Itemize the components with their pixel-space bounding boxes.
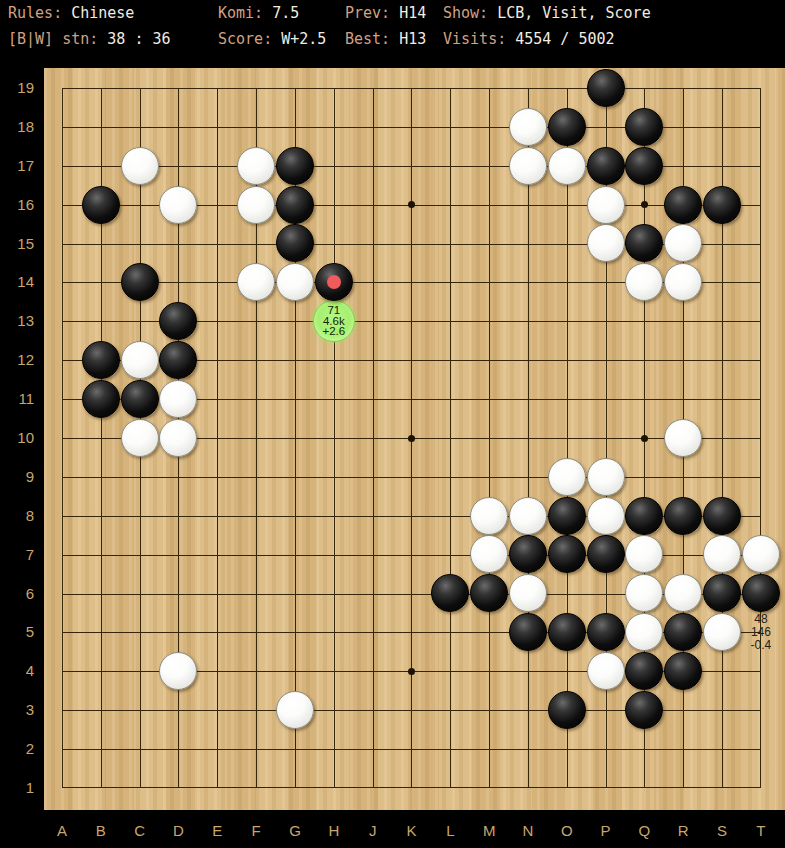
black-stone[interactable] <box>509 535 547 573</box>
white-stone[interactable] <box>237 147 275 185</box>
white-stone[interactable] <box>121 341 159 379</box>
column-label: P <box>601 822 611 839</box>
black-stone[interactable] <box>587 535 625 573</box>
row-label: 15 <box>0 235 34 252</box>
white-stone[interactable] <box>703 613 741 651</box>
white-stone[interactable] <box>509 497 547 535</box>
row-label: 18 <box>0 118 34 135</box>
black-stone[interactable] <box>548 535 586 573</box>
best-move-suggestion[interactable]: 714.6k+2.6 <box>313 300 355 342</box>
black-stone[interactable] <box>664 652 702 690</box>
white-stone[interactable] <box>625 535 663 573</box>
black-stone[interactable] <box>703 186 741 224</box>
black-stone[interactable] <box>82 341 120 379</box>
black-stone[interactable] <box>625 652 663 690</box>
white-stone[interactable] <box>159 652 197 690</box>
black-stone[interactable] <box>548 108 586 146</box>
white-stone[interactable] <box>121 147 159 185</box>
black-stone[interactable] <box>548 691 586 729</box>
column-label: G <box>289 822 301 839</box>
white-stone[interactable] <box>625 613 663 651</box>
white-stone[interactable] <box>276 263 314 301</box>
black-stone[interactable] <box>625 108 663 146</box>
row-label: 7 <box>0 546 34 563</box>
show-value: LCB, Visit, Score <box>497 4 651 22</box>
white-stone[interactable] <box>664 224 702 262</box>
score-value: W+2.5 <box>281 30 326 48</box>
status-row-2: [B|W] stn:38 : 36 Score:W+2.5 Best:H13 V… <box>0 30 785 52</box>
prev-move-label: Prev: <box>345 4 390 22</box>
best-move-value: H13 <box>399 30 426 48</box>
komi-label: Komi: <box>218 4 263 22</box>
white-stone[interactable] <box>587 458 625 496</box>
komi-value: 7.5 <box>272 4 299 22</box>
black-stone[interactable] <box>703 497 741 535</box>
black-stone[interactable] <box>703 574 741 612</box>
column-label: O <box>561 822 573 839</box>
white-stone[interactable] <box>548 147 586 185</box>
show-label: Show: <box>443 4 488 22</box>
white-stone[interactable] <box>587 224 625 262</box>
status-row-1: Rules:Chinese Komi:7.5 Prev:H14 Show:LCB… <box>0 4 785 26</box>
rules-label: Rules: <box>8 4 62 22</box>
column-label: T <box>756 822 765 839</box>
white-stone[interactable] <box>509 108 547 146</box>
black-stone[interactable] <box>625 224 663 262</box>
column-label: F <box>252 822 261 839</box>
white-stone[interactable] <box>625 263 663 301</box>
white-stone[interactable] <box>121 419 159 457</box>
stones-layer: 714.6k+2.648146-0.4 <box>43 69 781 808</box>
row-label: 14 <box>0 273 34 290</box>
white-stone[interactable] <box>159 186 197 224</box>
candidate-move-stat: -0.4 <box>751 639 772 652</box>
white-stone[interactable] <box>587 652 625 690</box>
column-label: E <box>212 822 222 839</box>
white-stone[interactable] <box>703 535 741 573</box>
black-stone[interactable] <box>431 574 469 612</box>
row-label: 9 <box>0 468 34 485</box>
black-stone[interactable] <box>587 69 625 107</box>
white-stone[interactable] <box>587 497 625 535</box>
white-stone[interactable] <box>548 458 586 496</box>
score-label: Score: <box>218 30 272 48</box>
black-stone[interactable] <box>509 613 547 651</box>
black-stone[interactable] <box>625 147 663 185</box>
white-stone[interactable] <box>625 574 663 612</box>
white-stone[interactable] <box>470 535 508 573</box>
black-stone[interactable] <box>548 497 586 535</box>
app-window: Rules:Chinese Komi:7.5 Prev:H14 Show:LCB… <box>0 0 785 848</box>
column-label: C <box>134 822 145 839</box>
black-stone[interactable] <box>121 263 159 301</box>
black-stone[interactable] <box>159 341 197 379</box>
black-stone[interactable] <box>159 302 197 340</box>
column-label: N <box>523 822 534 839</box>
best-move-label: Best: <box>345 30 390 48</box>
stone-count-value: 38 : 36 <box>107 30 170 48</box>
black-stone[interactable] <box>664 186 702 224</box>
row-label: 1 <box>0 779 34 796</box>
status-bar: Rules:Chinese Komi:7.5 Prev:H14 Show:LCB… <box>0 0 785 58</box>
best-move-stat: +2.6 <box>322 326 345 337</box>
rules-value: Chinese <box>71 4 134 22</box>
row-label: 3 <box>0 701 34 718</box>
white-stone[interactable] <box>159 380 197 418</box>
column-label: K <box>406 822 416 839</box>
visits-value: 4554 / 5002 <box>515 30 614 48</box>
column-label: Q <box>639 822 651 839</box>
column-label: M <box>483 822 496 839</box>
white-stone[interactable] <box>159 419 197 457</box>
white-stone[interactable] <box>664 419 702 457</box>
black-stone[interactable] <box>625 497 663 535</box>
go-board[interactable]: 714.6k+2.648146-0.4 <box>44 68 785 810</box>
white-stone[interactable] <box>664 574 702 612</box>
black-stone[interactable] <box>742 574 780 612</box>
column-label: D <box>173 822 184 839</box>
black-stone[interactable] <box>315 263 353 301</box>
black-stone[interactable] <box>587 147 625 185</box>
white-stone[interactable] <box>237 186 275 224</box>
candidate-move-stats[interactable]: 48146-0.4 <box>751 613 772 652</box>
black-stone[interactable] <box>82 380 120 418</box>
row-label: 11 <box>0 390 34 407</box>
white-stone[interactable] <box>742 535 780 573</box>
column-label: R <box>678 822 689 839</box>
row-label: 13 <box>0 312 34 329</box>
black-stone[interactable] <box>82 186 120 224</box>
black-stone[interactable] <box>664 497 702 535</box>
white-stone[interactable] <box>509 147 547 185</box>
row-label: 2 <box>0 740 34 757</box>
visits-label: Visits: <box>443 30 506 48</box>
row-label: 10 <box>0 429 34 446</box>
column-label: S <box>717 822 727 839</box>
row-label: 12 <box>0 351 34 368</box>
white-stone[interactable] <box>509 574 547 612</box>
white-stone[interactable] <box>237 263 275 301</box>
candidate-move-stat: 146 <box>751 626 772 639</box>
column-coordinate-labels: ABCDEFGHJKLMNOPQRST <box>0 818 785 844</box>
black-stone[interactable] <box>625 691 663 729</box>
row-label: 5 <box>0 623 34 640</box>
black-stone[interactable] <box>664 613 702 651</box>
black-stone[interactable] <box>276 186 314 224</box>
column-label: A <box>57 822 67 839</box>
column-label: L <box>446 822 454 839</box>
row-label: 4 <box>0 662 34 679</box>
black-stone[interactable] <box>276 147 314 185</box>
last-move-marker <box>327 275 341 289</box>
black-stone[interactable] <box>121 380 159 418</box>
stone-count-label: [B|W] stn: <box>8 30 98 48</box>
black-stone[interactable] <box>548 613 586 651</box>
row-label: 17 <box>0 157 34 174</box>
row-label: 6 <box>0 585 34 602</box>
row-label: 8 <box>0 507 34 524</box>
column-label: J <box>369 822 377 839</box>
row-label: 19 <box>0 79 34 96</box>
black-stone[interactable] <box>470 574 508 612</box>
prev-move-value: H14 <box>399 4 426 22</box>
white-stone[interactable] <box>587 186 625 224</box>
white-stone[interactable] <box>664 263 702 301</box>
column-label: H <box>328 822 339 839</box>
white-stone[interactable] <box>470 497 508 535</box>
black-stone[interactable] <box>276 224 314 262</box>
black-stone[interactable] <box>587 613 625 651</box>
row-coordinate-labels: 19181716151413121110987654321 <box>0 68 34 810</box>
row-label: 16 <box>0 196 34 213</box>
white-stone[interactable] <box>276 691 314 729</box>
candidate-move-stat: 48 <box>751 613 772 626</box>
column-label: B <box>96 822 106 839</box>
